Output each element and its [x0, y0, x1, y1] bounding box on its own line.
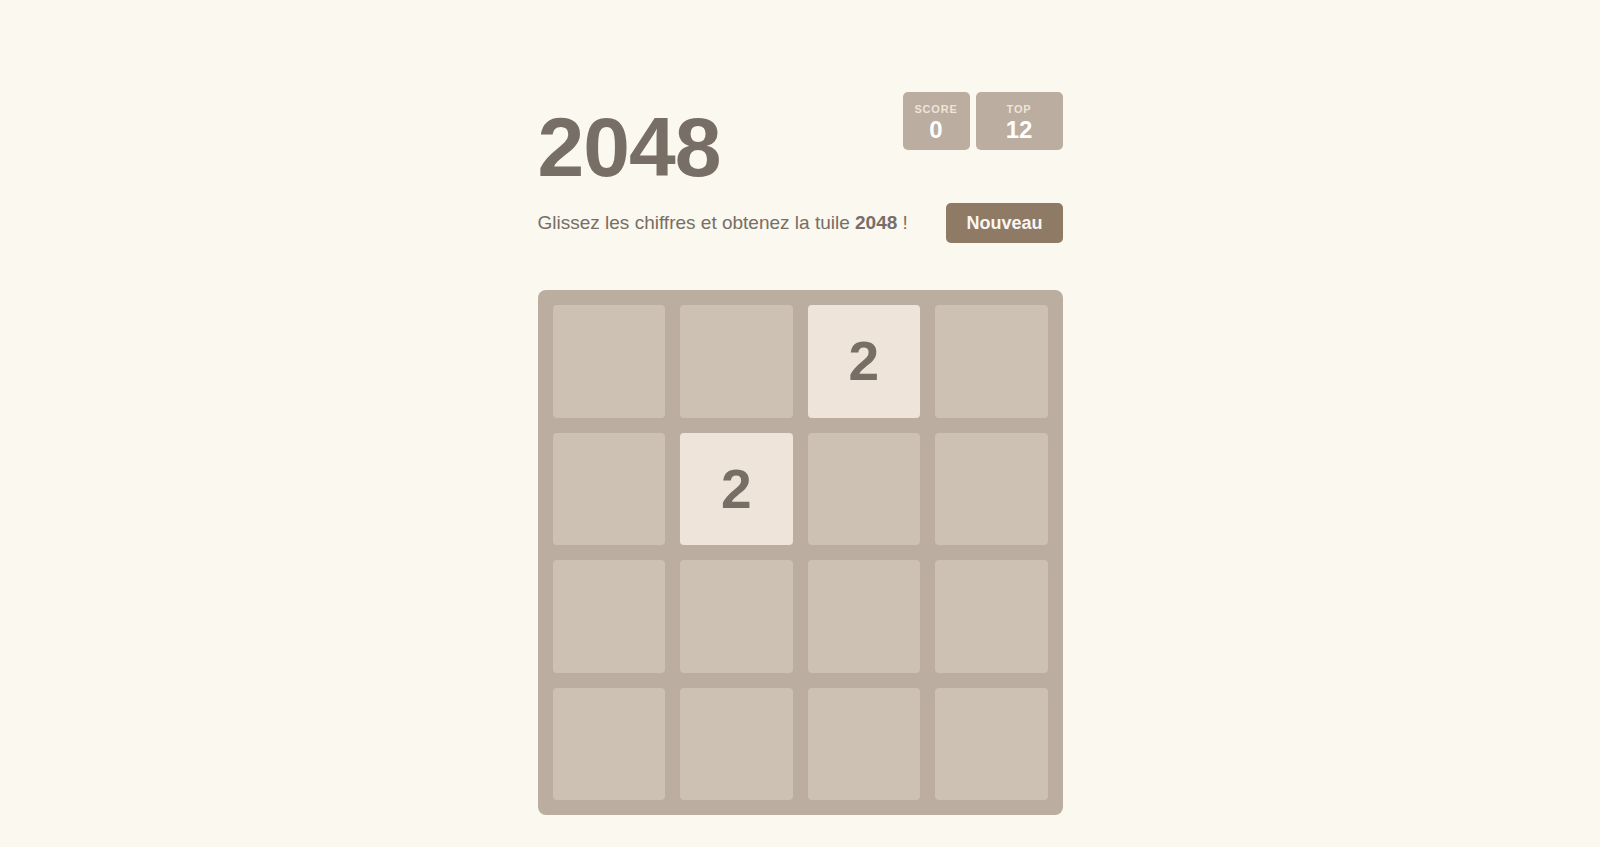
empty-cell [680, 560, 793, 673]
score-value: 0 [929, 116, 942, 143]
board-grid[interactable]: 22 [538, 290, 1063, 815]
empty-cell [935, 305, 1048, 418]
best-score-value: 12 [1006, 116, 1033, 143]
header: 2048 SCORE 0 TOP 12 [538, 92, 1063, 189]
empty-cell [553, 560, 666, 673]
empty-cell [808, 433, 921, 546]
empty-cell [553, 433, 666, 546]
game-title: 2048 [538, 105, 721, 189]
empty-cell [553, 688, 666, 801]
empty-cell [808, 560, 921, 673]
empty-cell [680, 688, 793, 801]
empty-cell [935, 433, 1048, 546]
empty-cell [935, 688, 1048, 801]
score-label: SCORE [914, 102, 957, 116]
new-game-button[interactable]: Nouveau [946, 203, 1062, 243]
best-score-box: TOP 12 [976, 92, 1063, 150]
empty-cell [553, 305, 666, 418]
intro-row: Glissez les chiffres et obtenez la tuile… [538, 203, 1063, 243]
intro-goal-tile: 2048 [855, 212, 897, 233]
empty-cell [808, 688, 921, 801]
empty-cell [935, 560, 1048, 673]
intro-text-after: ! [897, 212, 908, 233]
intro-text-before: Glissez les chiffres et obtenez la tuile [538, 212, 856, 233]
tile-2: 2 [808, 305, 921, 418]
intro-text: Glissez les chiffres et obtenez la tuile… [538, 212, 908, 234]
best-score-label: TOP [1007, 102, 1032, 116]
game-container: 2048 SCORE 0 TOP 12 Glissez les chiffres… [538, 0, 1063, 815]
empty-cell [680, 305, 793, 418]
tile-2: 2 [680, 433, 793, 546]
score-box: SCORE 0 [903, 92, 970, 150]
scoreboard: SCORE 0 TOP 12 [903, 92, 1063, 150]
